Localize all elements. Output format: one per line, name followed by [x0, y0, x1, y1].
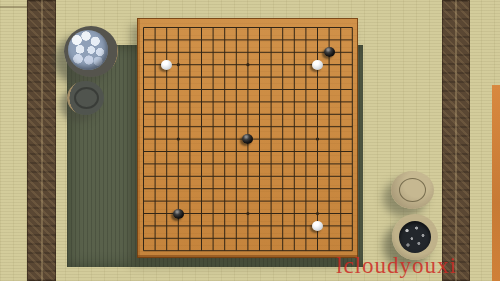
- star-point: [246, 63, 249, 66]
- star-point: [316, 138, 319, 141]
- tatami-border-left: [27, 0, 56, 281]
- stone-white-Q16[interactable]: [312, 60, 323, 70]
- stone-white-Q3[interactable]: [312, 221, 323, 231]
- star-point: [316, 212, 319, 215]
- right-bowl-lid: [391, 171, 434, 209]
- go-board[interactable]: [137, 18, 358, 258]
- white-stones-pile: [68, 30, 108, 70]
- stone-black-R17[interactable]: [324, 47, 335, 57]
- star-point: [246, 212, 249, 215]
- black-stones-pile: [399, 221, 431, 253]
- go-scene: lcloudyouxi: [0, 0, 500, 281]
- tatami-border-right: [442, 0, 470, 281]
- floor-edge-strip: [492, 85, 500, 281]
- star-point: [177, 138, 180, 141]
- bowl-with-white-stones: [64, 26, 118, 77]
- watermark-text: lcloudyouxi: [336, 253, 496, 279]
- stone-white-C16[interactable]: [161, 60, 172, 70]
- tatami-seam: [0, 6, 27, 8]
- left-bowl-lid: [67, 81, 104, 115]
- star-point: [177, 63, 180, 66]
- stone-black-D4[interactable]: [173, 209, 184, 219]
